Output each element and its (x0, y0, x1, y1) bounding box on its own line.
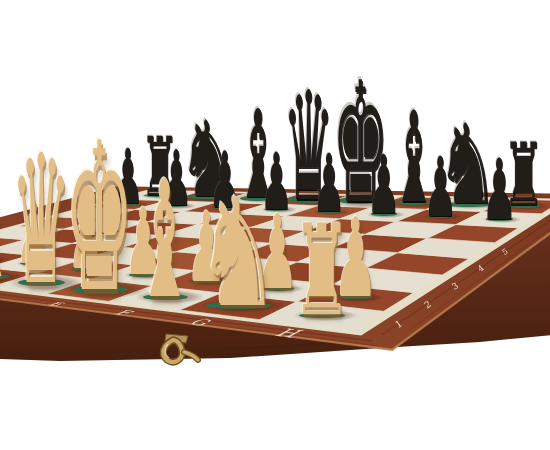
chess-set-photo: EFGH12345 ♜♞♝♛♚♝♞♜♟♟♟♟♟♟♟♟♟♟♟♟♟♟♟♟♜♞♝♛♚♝… (0, 0, 550, 450)
chess-board: EFGH12345 (0, 0, 550, 450)
